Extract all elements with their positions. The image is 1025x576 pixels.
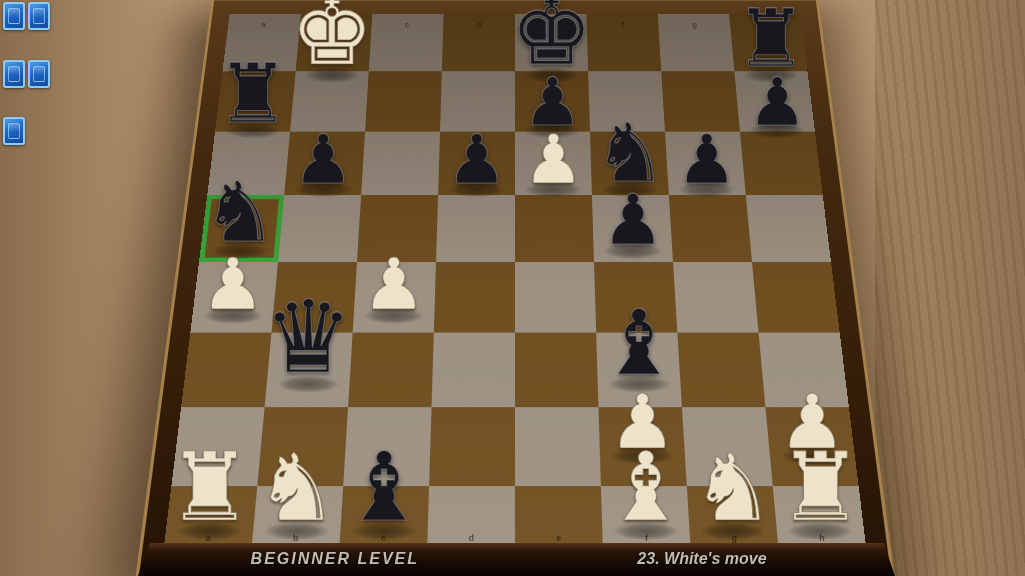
square-g5[interactable]: [669, 195, 752, 262]
side-button-3[interactable]: [3, 60, 25, 88]
side-button-2[interactable]: [28, 2, 50, 30]
square-d4[interactable]: [434, 262, 515, 333]
square-b5[interactable]: [278, 195, 361, 262]
square-e2[interactable]: [515, 407, 601, 486]
piece-white-rook-h1[interactable]: ♜: [778, 440, 863, 535]
square-c3[interactable]: [348, 333, 434, 408]
level-label: BEGINNER LEVEL: [251, 550, 419, 568]
piece-black-pawn-f5[interactable]: ♟: [602, 186, 664, 256]
square-e5[interactable]: [515, 195, 594, 262]
side-button-1[interactable]: [3, 2, 25, 30]
piece-black-pawn-d6[interactable]: ♟: [446, 126, 507, 194]
file-label-bottom-d: d: [468, 533, 474, 543]
piece-white-rook-a1[interactable]: ♜: [167, 440, 252, 535]
piece-black-pawn-h7[interactable]: ♟: [747, 69, 807, 135]
side-button-4[interactable]: [28, 60, 50, 88]
piece-black-pawn-b6[interactable]: ♟: [293, 126, 354, 194]
square-h6[interactable]: [740, 132, 823, 195]
square-h5[interactable]: [746, 195, 831, 262]
piece-white-king-b8[interactable]: ♚: [291, 0, 374, 79]
piece-white-knight-g1[interactable]: ♞: [692, 443, 775, 536]
square-d3[interactable]: [432, 333, 515, 408]
square-e4[interactable]: [515, 262, 596, 333]
square-a3[interactable]: [181, 333, 271, 408]
piece-black-bishop-c1[interactable]: ♝: [342, 440, 427, 535]
piece-white-knight-b1[interactable]: ♞: [255, 443, 338, 536]
square-d5[interactable]: [436, 195, 515, 262]
piece-white-pawn-c4[interactable]: ♟: [362, 249, 426, 320]
piece-white-pawn-e6[interactable]: ♟: [523, 126, 584, 194]
file-label-top-d: d: [477, 20, 482, 29]
file-label-top-a: a: [261, 20, 265, 29]
file-label-top-g: g: [692, 20, 697, 29]
square-d2[interactable]: [429, 407, 515, 486]
file-label-top-f: f: [621, 20, 624, 29]
piece-black-bishop-f3[interactable]: ♝: [599, 298, 680, 388]
square-c6[interactable]: [361, 132, 440, 195]
board-front-face: BEGINNER LEVEL 23. White's move: [138, 543, 895, 576]
side-button-5[interactable]: [3, 117, 25, 145]
piece-black-pawn-g6[interactable]: ♟: [676, 126, 737, 194]
square-c7[interactable]: [365, 71, 442, 131]
piece-black-queen-b3[interactable]: ♛: [263, 288, 353, 389]
square-g3[interactable]: [677, 333, 765, 408]
piece-white-bishop-f1[interactable]: ♝: [603, 440, 688, 535]
file-label-top-c: c: [405, 20, 409, 29]
piece-white-pawn-a4[interactable]: ♟: [201, 249, 265, 320]
square-e3[interactable]: [515, 333, 598, 408]
piece-black-rook-a7[interactable]: ♜: [216, 53, 289, 135]
square-h4[interactable]: [752, 262, 840, 333]
square-g4[interactable]: [673, 262, 759, 333]
file-label-bottom-e: e: [556, 533, 561, 543]
move-indicator-label: 23. White's move: [637, 550, 766, 568]
